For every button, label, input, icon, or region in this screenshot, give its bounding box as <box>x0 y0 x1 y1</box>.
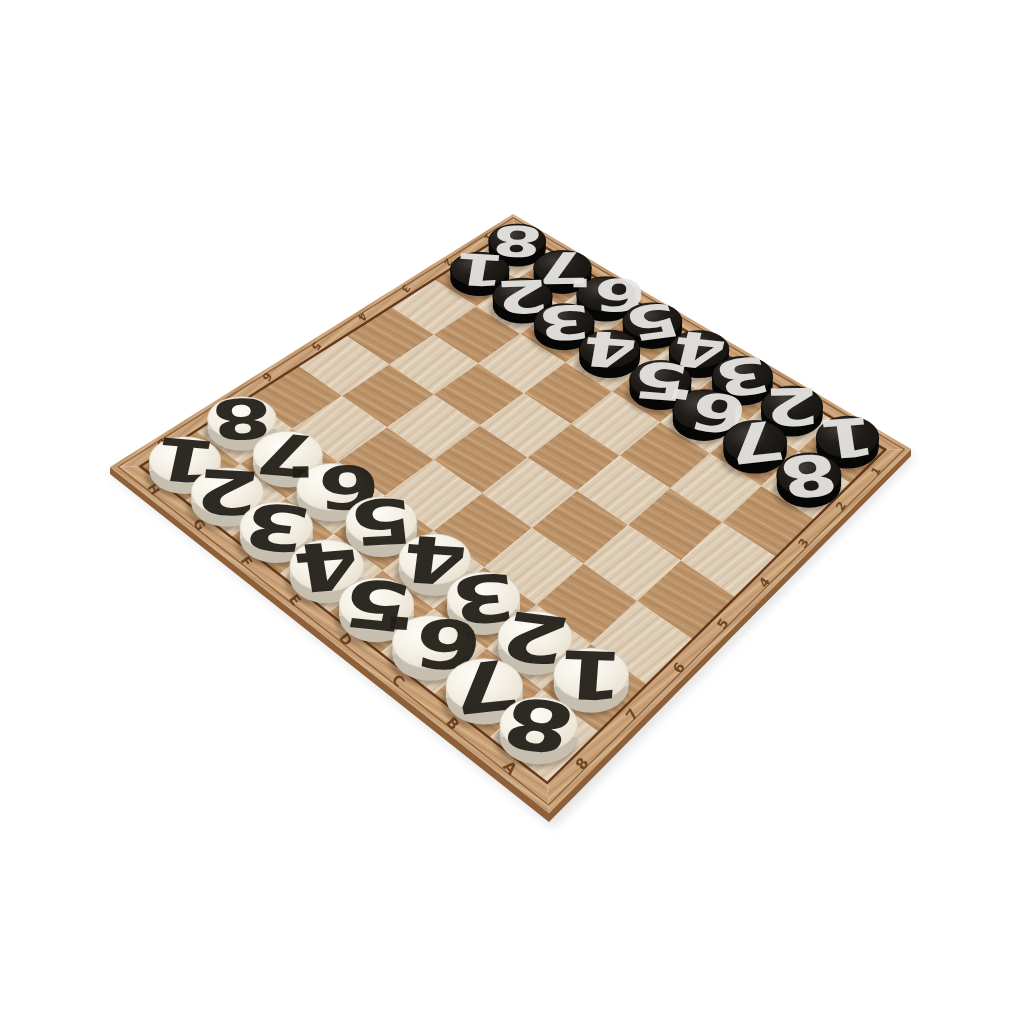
checkers-board-scene: HHGGFFEEDDCCBBAA11223344556677888716.253… <box>0 0 1024 1024</box>
disc-numeral: 4 <box>578 319 641 379</box>
board-product-photo: HHGGFFEEDDCCBBAA11223344556677888716.253… <box>0 0 1024 1024</box>
piece-black-8-a2[interactable]: 8 <box>773 440 845 512</box>
